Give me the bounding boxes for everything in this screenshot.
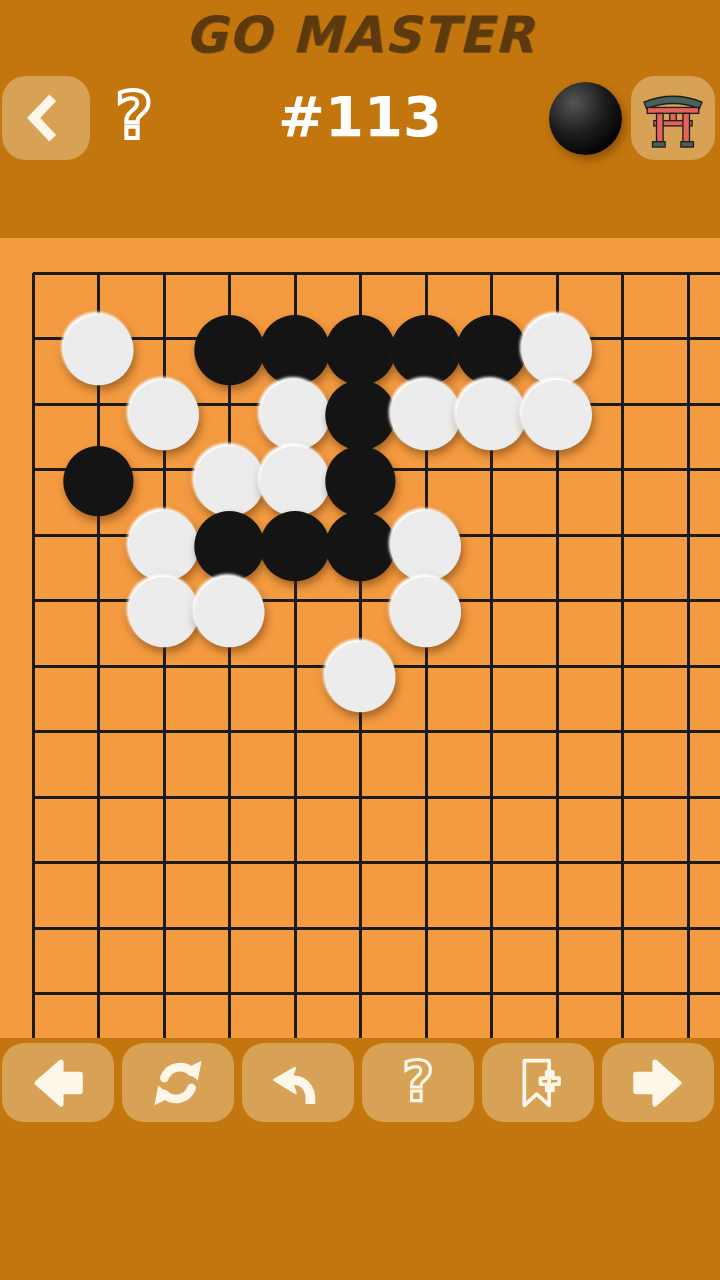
undo-icon: [267, 1052, 329, 1114]
svg-text:?: ?: [402, 1052, 434, 1113]
grid-line: [33, 796, 720, 799]
shrine-button[interactable]: [631, 76, 715, 160]
arrow-right-icon: [627, 1052, 689, 1114]
grid-line: [32, 273, 35, 1038]
grid-line: [294, 273, 297, 1038]
grid-line: [33, 730, 720, 733]
bookmark-button[interactable]: [482, 1043, 594, 1122]
header: GO MASTER ? #113: [0, 0, 720, 238]
grid-line: [425, 273, 428, 1038]
grid-line: [687, 273, 690, 1038]
grid-line: [97, 273, 100, 1038]
grid-line: [33, 861, 720, 864]
question-mark-icon: ?: [387, 1052, 449, 1114]
restart-button[interactable]: [122, 1043, 234, 1122]
grid-line: [33, 992, 720, 995]
previous-puzzle-button[interactable]: [2, 1043, 114, 1122]
grid-line: [228, 273, 231, 1038]
hint-button[interactable]: ?: [362, 1043, 474, 1122]
bookmark-add-icon: [507, 1052, 569, 1114]
grid-line: [163, 273, 166, 1038]
grid-line: [490, 273, 493, 1038]
next-puzzle-button[interactable]: [602, 1043, 714, 1122]
arrow-left-icon: [27, 1052, 89, 1114]
refresh-icon: [147, 1052, 209, 1114]
undo-button[interactable]: [242, 1043, 354, 1122]
go-board[interactable]: ●●●●●●●●●●●●●●●●●●●●●●●●●●: [0, 238, 720, 1038]
grid-line: [33, 599, 720, 602]
grid-line: [33, 272, 720, 275]
grid-line: [621, 273, 624, 1038]
grid-line: [556, 273, 559, 1038]
grid-line: [33, 337, 720, 340]
grid-line: [359, 273, 362, 1038]
torii-gate-icon: [640, 85, 706, 151]
grid-line: [33, 468, 720, 471]
go-master-app: GO MASTER ? #113: [0, 0, 720, 1280]
turn-indicator-black-stone: [549, 82, 622, 155]
app-title: GO MASTER: [0, 6, 720, 64]
grid-line: [33, 403, 720, 406]
grid-line: [33, 534, 720, 537]
grid-line: [33, 665, 720, 668]
toolbar: ?: [0, 1038, 720, 1280]
grid-line: [33, 927, 720, 930]
